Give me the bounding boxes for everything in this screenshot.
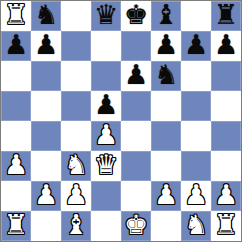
- square-c4[interactable]: [61, 121, 91, 151]
- square-h2[interactable]: ♟: [211, 181, 241, 211]
- black-king[interactable]: ♚: [124, 1, 148, 30]
- white-pawn[interactable]: ♟: [154, 181, 178, 210]
- square-e2[interactable]: [121, 181, 151, 211]
- black-rook[interactable]: ♜: [214, 1, 238, 30]
- square-f6[interactable]: ♞: [151, 61, 181, 91]
- black-pawn[interactable]: ♟: [184, 31, 208, 60]
- square-a1[interactable]: ♜: [1, 211, 31, 241]
- square-e7[interactable]: [121, 31, 151, 61]
- square-c7[interactable]: [61, 31, 91, 61]
- square-a4[interactable]: [1, 121, 31, 151]
- square-a5[interactable]: [1, 91, 31, 121]
- white-rook[interactable]: ♜: [214, 211, 238, 240]
- square-b5[interactable]: [31, 91, 61, 121]
- square-c3[interactable]: ♞: [61, 151, 91, 181]
- square-h3[interactable]: [211, 151, 241, 181]
- white-bishop[interactable]: ♝: [64, 211, 88, 240]
- square-g6[interactable]: [181, 61, 211, 91]
- square-d2[interactable]: [91, 181, 121, 211]
- black-pawn[interactable]: ♟: [124, 61, 148, 90]
- white-knight[interactable]: ♞: [184, 211, 208, 240]
- square-f8[interactable]: ♝: [151, 1, 181, 31]
- chess-diagram: ♜♞♛♚♝♜♟♟♟♟♟♟♞♟♟♟♞♛♟♟♟♟♟♜♝♚♞♜: [0, 0, 242, 242]
- square-h4[interactable]: [211, 121, 241, 151]
- square-b4[interactable]: [31, 121, 61, 151]
- square-c5[interactable]: [61, 91, 91, 121]
- square-h5[interactable]: [211, 91, 241, 121]
- white-pawn[interactable]: ♟: [184, 181, 208, 210]
- square-c8[interactable]: [61, 1, 91, 31]
- square-d3[interactable]: ♛: [91, 151, 121, 181]
- white-pawn[interactable]: ♟: [94, 121, 118, 150]
- square-h6[interactable]: [211, 61, 241, 91]
- black-knight[interactable]: ♞: [34, 1, 58, 30]
- square-a6[interactable]: [1, 61, 31, 91]
- white-pawn[interactable]: ♟: [214, 181, 238, 210]
- square-g3[interactable]: [181, 151, 211, 181]
- square-d6[interactable]: [91, 61, 121, 91]
- white-rook[interactable]: ♜: [4, 1, 28, 30]
- square-h7[interactable]: ♟: [211, 31, 241, 61]
- square-b7[interactable]: ♟: [31, 31, 61, 61]
- square-b1[interactable]: [31, 211, 61, 241]
- square-f3[interactable]: [151, 151, 181, 181]
- black-queen[interactable]: ♛: [94, 1, 118, 30]
- square-b8[interactable]: ♞: [31, 1, 61, 31]
- square-e3[interactable]: [121, 151, 151, 181]
- square-c6[interactable]: [61, 61, 91, 91]
- white-queen[interactable]: ♛: [94, 151, 118, 180]
- square-g7[interactable]: ♟: [181, 31, 211, 61]
- white-rook[interactable]: ♜: [4, 211, 28, 240]
- square-f1[interactable]: [151, 211, 181, 241]
- square-a8[interactable]: ♜: [1, 1, 31, 31]
- square-f7[interactable]: ♟: [151, 31, 181, 61]
- square-g1[interactable]: ♞: [181, 211, 211, 241]
- black-bishop[interactable]: ♝: [154, 1, 178, 30]
- square-g5[interactable]: [181, 91, 211, 121]
- chess-board: ♜♞♛♚♝♜♟♟♟♟♟♟♞♟♟♟♞♛♟♟♟♟♟♜♝♚♞♜: [0, 0, 242, 242]
- square-d5[interactable]: ♟: [91, 91, 121, 121]
- square-g2[interactable]: ♟: [181, 181, 211, 211]
- square-f2[interactable]: ♟: [151, 181, 181, 211]
- black-pawn[interactable]: ♟: [34, 31, 58, 60]
- black-pawn[interactable]: ♟: [154, 31, 178, 60]
- square-b3[interactable]: [31, 151, 61, 181]
- black-pawn[interactable]: ♟: [4, 31, 28, 60]
- square-f4[interactable]: [151, 121, 181, 151]
- square-e5[interactable]: [121, 91, 151, 121]
- square-a7[interactable]: ♟: [1, 31, 31, 61]
- white-knight[interactable]: ♞: [64, 151, 88, 180]
- square-h8[interactable]: ♜: [211, 1, 241, 31]
- square-c1[interactable]: ♝: [61, 211, 91, 241]
- square-e1[interactable]: ♚: [121, 211, 151, 241]
- square-a2[interactable]: [1, 181, 31, 211]
- square-f5[interactable]: [151, 91, 181, 121]
- black-pawn[interactable]: ♟: [94, 91, 118, 120]
- square-d4[interactable]: ♟: [91, 121, 121, 151]
- square-d7[interactable]: [91, 31, 121, 61]
- square-a3[interactable]: ♟: [1, 151, 31, 181]
- white-pawn[interactable]: ♟: [64, 181, 88, 210]
- white-pawn[interactable]: ♟: [4, 151, 28, 180]
- square-b2[interactable]: ♟: [31, 181, 61, 211]
- square-e8[interactable]: ♚: [121, 1, 151, 31]
- square-h1[interactable]: ♜: [211, 211, 241, 241]
- black-pawn[interactable]: ♟: [214, 31, 238, 60]
- square-c2[interactable]: ♟: [61, 181, 91, 211]
- square-e6[interactable]: ♟: [121, 61, 151, 91]
- black-knight[interactable]: ♞: [154, 61, 178, 90]
- white-king[interactable]: ♚: [124, 211, 148, 240]
- square-d1[interactable]: [91, 211, 121, 241]
- square-b6[interactable]: [31, 61, 61, 91]
- white-pawn[interactable]: ♟: [34, 181, 58, 210]
- square-g4[interactable]: [181, 121, 211, 151]
- square-d8[interactable]: ♛: [91, 1, 121, 31]
- square-g8[interactable]: [181, 1, 211, 31]
- square-e4[interactable]: [121, 121, 151, 151]
